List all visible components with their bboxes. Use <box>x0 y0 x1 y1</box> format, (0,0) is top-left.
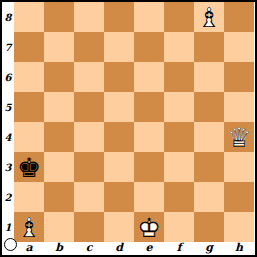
file-label-a: a <box>14 242 44 255</box>
square-d1[interactable] <box>104 212 134 242</box>
square-f4[interactable] <box>164 122 194 152</box>
black-king-a3[interactable]: ♚ <box>14 152 44 182</box>
square-h2[interactable] <box>224 182 254 212</box>
square-h4[interactable]: ♛♕ <box>224 122 254 152</box>
square-c1[interactable] <box>74 212 104 242</box>
square-h7[interactable] <box>224 32 254 62</box>
square-d4[interactable] <box>104 122 134 152</box>
square-a3[interactable]: ♚ <box>14 152 44 182</box>
square-a8[interactable] <box>14 2 44 32</box>
king-glyph: ♚ <box>14 152 44 182</box>
square-c6[interactable] <box>74 62 104 92</box>
square-b3[interactable] <box>44 152 74 182</box>
square-e2[interactable] <box>134 182 164 212</box>
square-g2[interactable] <box>194 182 224 212</box>
rank-label-7: 7 <box>2 32 14 62</box>
square-e4[interactable] <box>134 122 164 152</box>
file-labels: abcdefgh <box>14 242 254 255</box>
square-c3[interactable] <box>74 152 104 182</box>
white-queen-h4[interactable]: ♛♕ <box>224 122 254 152</box>
square-h5[interactable] <box>224 92 254 122</box>
square-f5[interactable] <box>164 92 194 122</box>
square-c7[interactable] <box>74 32 104 62</box>
bishop-glyph-outline: ♗ <box>14 212 44 242</box>
rank-label-5: 5 <box>2 92 14 122</box>
square-d2[interactable] <box>104 182 134 212</box>
rank-label-6: 6 <box>2 62 14 92</box>
square-g4[interactable] <box>194 122 224 152</box>
white-bishop-g8[interactable]: ♝♗ <box>194 2 224 32</box>
square-f7[interactable] <box>164 32 194 62</box>
rank-label-3: 3 <box>2 152 14 182</box>
square-b2[interactable] <box>44 182 74 212</box>
file-label-h: h <box>224 242 254 255</box>
file-label-g: g <box>194 242 224 255</box>
square-a1[interactable]: ♝♗ <box>14 212 44 242</box>
square-g5[interactable] <box>194 92 224 122</box>
square-h8[interactable] <box>224 2 254 32</box>
file-label-c: c <box>74 242 104 255</box>
square-a2[interactable] <box>14 182 44 212</box>
square-g3[interactable] <box>194 152 224 182</box>
square-e5[interactable] <box>134 92 164 122</box>
square-h3[interactable] <box>224 152 254 182</box>
file-label-d: d <box>104 242 134 255</box>
square-f3[interactable] <box>164 152 194 182</box>
square-e6[interactable] <box>134 62 164 92</box>
chess-diagram: 87654321 ♝♗♛♕♚♝♗♚♔ abcdefgh <box>0 0 257 257</box>
square-a6[interactable] <box>14 62 44 92</box>
square-d7[interactable] <box>104 32 134 62</box>
rank-label-4: 4 <box>2 122 14 152</box>
square-f1[interactable] <box>164 212 194 242</box>
chess-board[interactable]: ♝♗♛♕♚♝♗♚♔ <box>14 2 254 242</box>
square-c4[interactable] <box>74 122 104 152</box>
square-e7[interactable] <box>134 32 164 62</box>
file-label-f: f <box>164 242 194 255</box>
square-c2[interactable] <box>74 182 104 212</box>
square-f2[interactable] <box>164 182 194 212</box>
square-f8[interactable] <box>164 2 194 32</box>
square-e1[interactable]: ♚♔ <box>134 212 164 242</box>
square-b5[interactable] <box>44 92 74 122</box>
square-d3[interactable] <box>104 152 134 182</box>
king-glyph-outline: ♔ <box>134 212 164 242</box>
square-h6[interactable] <box>224 62 254 92</box>
rank-label-8: 8 <box>2 2 14 32</box>
square-d5[interactable] <box>104 92 134 122</box>
square-f6[interactable] <box>164 62 194 92</box>
square-c5[interactable] <box>74 92 104 122</box>
square-b8[interactable] <box>44 2 74 32</box>
white-king-e1[interactable]: ♚♔ <box>134 212 164 242</box>
queen-glyph-outline: ♕ <box>224 122 254 152</box>
square-b7[interactable] <box>44 32 74 62</box>
square-g1[interactable] <box>194 212 224 242</box>
square-a5[interactable] <box>14 92 44 122</box>
square-h1[interactable] <box>224 212 254 242</box>
square-d6[interactable] <box>104 62 134 92</box>
white-to-move-indicator <box>4 238 17 251</box>
square-b4[interactable] <box>44 122 74 152</box>
rank-labels: 87654321 <box>2 2 14 242</box>
square-e8[interactable] <box>134 2 164 32</box>
square-b1[interactable] <box>44 212 74 242</box>
square-a4[interactable] <box>14 122 44 152</box>
square-b6[interactable] <box>44 62 74 92</box>
file-label-b: b <box>44 242 74 255</box>
file-label-e: e <box>134 242 164 255</box>
square-e3[interactable] <box>134 152 164 182</box>
square-c8[interactable] <box>74 2 104 32</box>
square-g6[interactable] <box>194 62 224 92</box>
square-g8[interactable]: ♝♗ <box>194 2 224 32</box>
white-bishop-a1[interactable]: ♝♗ <box>14 212 44 242</box>
rank-label-2: 2 <box>2 182 14 212</box>
square-a7[interactable] <box>14 32 44 62</box>
square-d8[interactable] <box>104 2 134 32</box>
square-g7[interactable] <box>194 32 224 62</box>
bishop-glyph-outline: ♗ <box>194 2 224 32</box>
